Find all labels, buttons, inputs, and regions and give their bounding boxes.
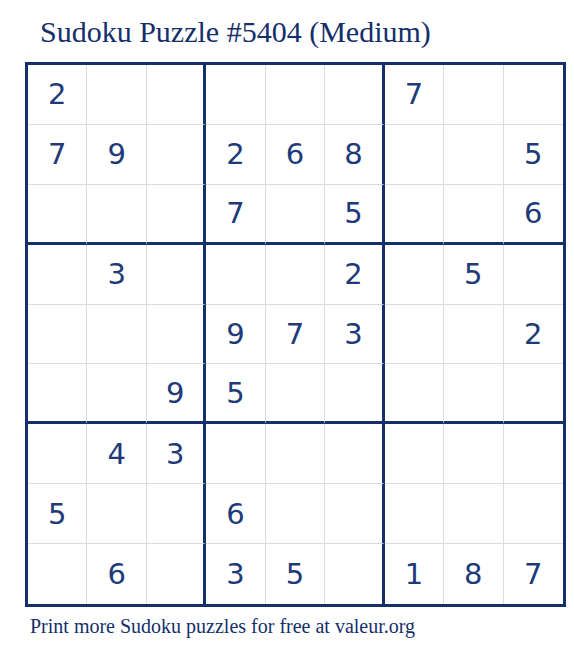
sudoku-cell-empty <box>147 544 206 604</box>
sudoku-cell-given: 3 <box>206 544 265 604</box>
sudoku-cell-empty <box>206 245 265 305</box>
sudoku-cell-empty <box>444 185 503 245</box>
sudoku-cell-empty <box>444 484 503 544</box>
sudoku-cell-empty <box>444 364 503 424</box>
sudoku-cell-given: 2 <box>28 65 87 125</box>
sudoku-cell-given: 5 <box>444 245 503 305</box>
sudoku-cell-empty <box>325 364 384 424</box>
sudoku-cell-empty <box>266 424 325 484</box>
sudoku-cell-empty <box>206 65 265 125</box>
page-title: Sudoku Puzzle #5404 (Medium) <box>40 14 431 50</box>
sudoku-cell-given: 2 <box>504 305 563 365</box>
sudoku-cell-empty <box>147 484 206 544</box>
sudoku-cell-empty <box>147 65 206 125</box>
sudoku-cell-given: 7 <box>266 305 325 365</box>
sudoku-cell-empty <box>87 65 146 125</box>
sudoku-cell-empty <box>385 125 444 185</box>
sudoku-cell-given: 5 <box>504 125 563 185</box>
sudoku-cell-given: 5 <box>266 544 325 604</box>
sudoku-cell-given: 8 <box>325 125 384 185</box>
sudoku-cell-empty <box>444 65 503 125</box>
sudoku-cell-empty <box>385 305 444 365</box>
sudoku-cell-empty <box>504 424 563 484</box>
sudoku-cell-given: 2 <box>325 245 384 305</box>
sudoku-cell-given: 5 <box>325 185 384 245</box>
sudoku-cell-given: 8 <box>444 544 503 604</box>
sudoku-cell-empty <box>266 65 325 125</box>
sudoku-cell-empty <box>147 305 206 365</box>
sudoku-cell-given: 9 <box>206 305 265 365</box>
sudoku-cell-empty <box>444 424 503 484</box>
sudoku-cell-empty <box>87 484 146 544</box>
sudoku-cell-empty <box>385 424 444 484</box>
sudoku-cell-given: 6 <box>87 544 146 604</box>
sudoku-cell-empty <box>28 364 87 424</box>
sudoku-cell-given: 7 <box>385 65 444 125</box>
sudoku-cell-given: 3 <box>325 305 384 365</box>
sudoku-cell-empty <box>147 245 206 305</box>
sudoku-cell-empty <box>87 185 146 245</box>
sudoku-cell-empty <box>444 305 503 365</box>
sudoku-cell-given: 5 <box>28 484 87 544</box>
sudoku-cell-empty <box>504 364 563 424</box>
sudoku-cell-empty <box>385 245 444 305</box>
sudoku-cell-given: 1 <box>385 544 444 604</box>
sudoku-cell-empty <box>385 185 444 245</box>
sudoku-cell-given: 5 <box>206 364 265 424</box>
sudoku-cell-empty <box>266 185 325 245</box>
sudoku-cell-empty <box>206 424 265 484</box>
sudoku-cell-empty <box>325 544 384 604</box>
sudoku-cell-empty <box>385 364 444 424</box>
sudoku-cell-empty <box>266 364 325 424</box>
sudoku-board: 277926857563259732954356635187 <box>25 62 566 607</box>
sudoku-cell-given: 4 <box>87 424 146 484</box>
sudoku-cell-given: 7 <box>504 544 563 604</box>
sudoku-cell-empty <box>504 245 563 305</box>
sudoku-cell-given: 3 <box>87 245 146 305</box>
sudoku-cell-empty <box>385 484 444 544</box>
sudoku-cell-empty <box>87 305 146 365</box>
sudoku-cell-given: 7 <box>28 125 87 185</box>
sudoku-cell-empty <box>28 424 87 484</box>
sudoku-cell-empty <box>504 484 563 544</box>
sudoku-cell-empty <box>28 185 87 245</box>
sudoku-cell-given: 9 <box>87 125 146 185</box>
sudoku-cell-given: 6 <box>206 484 265 544</box>
sudoku-cell-given: 3 <box>147 424 206 484</box>
sudoku-cell-empty <box>444 125 503 185</box>
sudoku-cell-empty <box>28 305 87 365</box>
sudoku-cell-given: 7 <box>206 185 265 245</box>
sudoku-cell-empty <box>87 364 146 424</box>
sudoku-cell-given: 6 <box>504 185 563 245</box>
sudoku-cell-empty <box>28 245 87 305</box>
sudoku-cell-empty <box>504 65 563 125</box>
sudoku-cell-empty <box>325 65 384 125</box>
footer-text: Print more Sudoku puzzles for free at va… <box>30 615 415 638</box>
sudoku-cell-empty <box>266 245 325 305</box>
sudoku-cell-empty <box>28 544 87 604</box>
sudoku-cell-given: 2 <box>206 125 265 185</box>
sudoku-cell-empty <box>266 484 325 544</box>
sudoku-cell-empty <box>325 424 384 484</box>
sudoku-cell-given: 9 <box>147 364 206 424</box>
sudoku-cell-empty <box>325 484 384 544</box>
sudoku-cell-given: 6 <box>266 125 325 185</box>
sudoku-cell-empty <box>147 185 206 245</box>
sudoku-cell-empty <box>147 125 206 185</box>
